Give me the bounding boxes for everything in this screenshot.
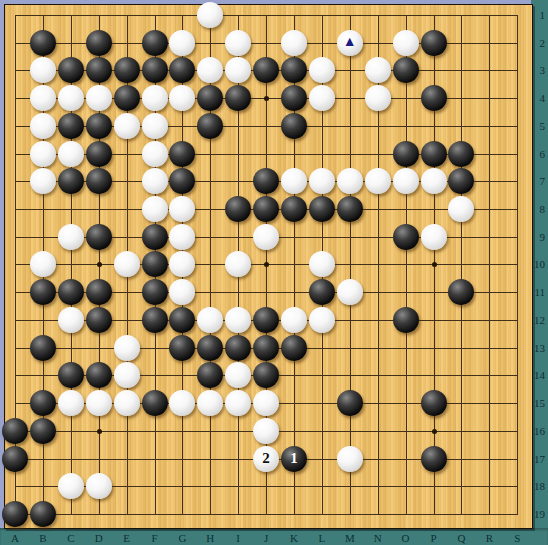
white-stone [309, 85, 335, 111]
black-stone [86, 279, 112, 305]
white-stone [30, 57, 56, 83]
black-stone [197, 113, 223, 139]
black-stone [2, 418, 28, 444]
black-stone [225, 196, 251, 222]
white-stone [142, 85, 168, 111]
white-stone [86, 473, 112, 499]
row-label: 5 [540, 120, 546, 132]
column-label: Q [457, 532, 465, 544]
black-stone [169, 141, 195, 167]
row-label: 10 [534, 258, 545, 270]
black-stone [393, 141, 419, 167]
white-stone [30, 141, 56, 167]
column-label: E [123, 532, 130, 544]
black-stone [448, 279, 474, 305]
black-stone [225, 85, 251, 111]
white-stone [225, 57, 251, 83]
black-stone [421, 446, 447, 472]
white-stone [58, 390, 84, 416]
white-stone [197, 2, 223, 28]
black-stone [142, 30, 168, 56]
black-stone [86, 113, 112, 139]
black-stone [309, 279, 335, 305]
column-label-strip [0, 528, 548, 545]
white-stone [142, 141, 168, 167]
black-stone [393, 224, 419, 250]
white-stone [365, 168, 391, 194]
white-stone [169, 251, 195, 277]
black-stone [421, 390, 447, 416]
white-stone [225, 362, 251, 388]
black-stone [86, 57, 112, 83]
row-label: 7 [540, 175, 546, 187]
white-stone [309, 168, 335, 194]
black-stone [421, 85, 447, 111]
black-stone [58, 362, 84, 388]
white-stone [253, 446, 279, 472]
white-stone [365, 57, 391, 83]
black-stone [253, 196, 279, 222]
grid-line-vertical [350, 15, 351, 515]
black-stone [30, 30, 56, 56]
black-stone [169, 168, 195, 194]
white-stone [197, 57, 223, 83]
go-board[interactable]: ▲21 [4, 4, 533, 529]
column-label: M [345, 532, 355, 544]
black-stone [2, 446, 28, 472]
white-stone [169, 390, 195, 416]
black-stone [58, 57, 84, 83]
row-label: 4 [540, 92, 546, 104]
white-stone [30, 168, 56, 194]
black-stone [86, 307, 112, 333]
black-stone [281, 446, 307, 472]
white-stone [58, 141, 84, 167]
white-stone [142, 196, 168, 222]
white-stone [142, 168, 168, 194]
black-stone [169, 57, 195, 83]
white-stone [58, 307, 84, 333]
grid-line-vertical [489, 15, 490, 515]
white-stone [337, 279, 363, 305]
black-stone [86, 224, 112, 250]
row-label: 15 [534, 397, 545, 409]
black-stone [58, 113, 84, 139]
black-stone [142, 57, 168, 83]
column-label: R [486, 532, 493, 544]
row-label: 3 [540, 64, 546, 76]
black-stone [142, 279, 168, 305]
row-label: 8 [540, 203, 546, 215]
column-label: C [67, 532, 74, 544]
black-stone [30, 418, 56, 444]
column-label: K [290, 532, 298, 544]
black-stone [337, 390, 363, 416]
black-stone [448, 141, 474, 167]
row-label: 12 [534, 314, 545, 326]
black-stone [86, 362, 112, 388]
white-stone [281, 307, 307, 333]
column-label: L [319, 532, 326, 544]
black-stone [2, 501, 28, 527]
white-stone [309, 307, 335, 333]
row-label: 17 [534, 453, 545, 465]
black-stone [169, 335, 195, 361]
white-stone [58, 85, 84, 111]
black-stone [86, 168, 112, 194]
white-stone [114, 113, 140, 139]
column-label: B [39, 532, 46, 544]
row-label: 16 [534, 425, 545, 437]
black-stone [142, 224, 168, 250]
white-stone [421, 224, 447, 250]
white-stone [253, 224, 279, 250]
white-stone [309, 251, 335, 277]
black-stone [253, 57, 279, 83]
star-point [264, 96, 269, 101]
black-stone [58, 279, 84, 305]
column-label: J [264, 532, 268, 544]
white-stone [365, 85, 391, 111]
white-stone [114, 362, 140, 388]
column-label: D [95, 532, 103, 544]
column-label: O [402, 532, 410, 544]
row-label: 19 [534, 508, 545, 520]
white-stone [142, 113, 168, 139]
white-stone [30, 85, 56, 111]
black-stone [281, 85, 307, 111]
white-stone [225, 307, 251, 333]
white-stone [30, 113, 56, 139]
white-stone [393, 30, 419, 56]
black-stone [86, 141, 112, 167]
star-point [97, 262, 102, 267]
black-stone [197, 335, 223, 361]
black-stone [281, 335, 307, 361]
white-stone [197, 390, 223, 416]
white-stone [225, 390, 251, 416]
white-stone [86, 390, 112, 416]
column-label: F [151, 532, 157, 544]
black-stone [30, 279, 56, 305]
black-stone [197, 362, 223, 388]
black-stone [142, 307, 168, 333]
black-stone [253, 362, 279, 388]
white-stone [337, 30, 363, 56]
white-stone [169, 30, 195, 56]
white-stone [114, 251, 140, 277]
row-label: 13 [534, 342, 545, 354]
row-label: 2 [540, 37, 546, 49]
white-stone [169, 196, 195, 222]
white-stone [337, 168, 363, 194]
column-label: H [206, 532, 214, 544]
column-label: A [11, 532, 19, 544]
row-label: 6 [540, 148, 546, 160]
black-stone [309, 196, 335, 222]
white-stone [421, 168, 447, 194]
white-stone [169, 85, 195, 111]
row-label: 9 [540, 231, 546, 243]
row-label: 1 [540, 9, 546, 21]
column-label: S [514, 532, 520, 544]
white-stone [393, 168, 419, 194]
black-stone [58, 168, 84, 194]
star-point [264, 262, 269, 267]
white-stone [309, 57, 335, 83]
black-stone [30, 501, 56, 527]
star-point [97, 429, 102, 434]
black-stone [421, 30, 447, 56]
black-stone [30, 390, 56, 416]
black-stone [142, 251, 168, 277]
row-label: 14 [534, 369, 545, 381]
white-stone [281, 30, 307, 56]
white-stone [169, 224, 195, 250]
row-label: 18 [534, 480, 545, 492]
white-stone [337, 446, 363, 472]
white-stone [114, 335, 140, 361]
black-stone [281, 57, 307, 83]
black-stone [253, 307, 279, 333]
black-stone [448, 168, 474, 194]
black-stone [281, 196, 307, 222]
white-stone [448, 196, 474, 222]
black-stone [253, 168, 279, 194]
white-stone [253, 418, 279, 444]
black-stone [337, 196, 363, 222]
black-stone [421, 141, 447, 167]
white-stone [114, 390, 140, 416]
star-point [432, 262, 437, 267]
white-stone [253, 390, 279, 416]
go-app-window: ▲21 ABCDEFGHIJKLMNOPQRS12345678910111213… [0, 0, 548, 545]
white-stone [30, 251, 56, 277]
white-stone [197, 307, 223, 333]
column-label: G [178, 532, 186, 544]
black-stone [114, 85, 140, 111]
white-stone [281, 168, 307, 194]
black-stone [253, 335, 279, 361]
grid-line-vertical [461, 15, 462, 515]
white-stone [58, 473, 84, 499]
black-stone [281, 113, 307, 139]
white-stone [225, 30, 251, 56]
white-stone [169, 279, 195, 305]
black-stone [114, 57, 140, 83]
black-stone [142, 390, 168, 416]
white-stone [86, 85, 112, 111]
black-stone [86, 30, 112, 56]
row-label: 11 [534, 286, 545, 298]
column-label: N [374, 532, 382, 544]
column-label: P [430, 532, 436, 544]
black-stone [393, 307, 419, 333]
black-stone [30, 335, 56, 361]
column-label: I [236, 532, 240, 544]
black-stone [197, 85, 223, 111]
white-stone [58, 224, 84, 250]
black-stone [225, 335, 251, 361]
grid-line-vertical [517, 15, 518, 515]
grid-line-vertical [406, 15, 407, 515]
white-stone [225, 251, 251, 277]
black-stone [169, 307, 195, 333]
star-point [432, 429, 437, 434]
black-stone [393, 57, 419, 83]
